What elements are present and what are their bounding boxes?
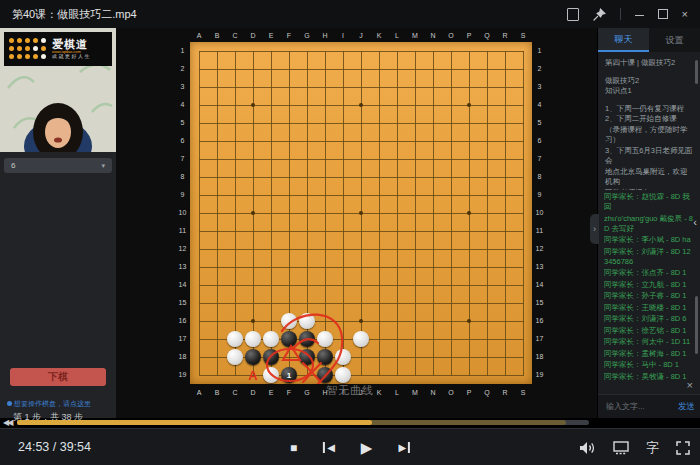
notice-line: （录播课程，方便随时学习） xyxy=(605,125,693,146)
titlebar-actions: × xyxy=(567,8,688,21)
coord-label: 12 xyxy=(177,240,188,258)
chat-input[interactable] xyxy=(604,401,670,412)
window-title: 第40课：做眼技巧二.mp4 xyxy=(12,7,137,22)
camera-selector[interactable]: 6 ▾ xyxy=(4,158,112,173)
coord-label: 19 xyxy=(534,366,545,384)
chat-message: 同学家长：李小斌 - 8D ha xyxy=(604,235,694,245)
coord-label: 9 xyxy=(534,186,545,204)
coord-label: 4 xyxy=(177,96,188,114)
coord-label: 3 xyxy=(177,78,188,96)
coord-label: J xyxy=(352,31,370,41)
chat-tab-bar: 聊天 设置 xyxy=(598,28,700,52)
teacher-pen-annotations: A xyxy=(190,42,532,384)
coord-label: F xyxy=(280,31,298,41)
coord-label: N xyxy=(424,31,442,41)
seek-progress xyxy=(17,420,372,425)
iqidao-logo: 爱棋道 www.iqidao.com 成就更好人生 xyxy=(4,32,112,66)
coord-label: P xyxy=(460,388,478,398)
coord-label: B xyxy=(208,388,226,398)
pin-icon[interactable] xyxy=(593,8,606,21)
coord-label: 6 xyxy=(177,132,188,150)
coord-label: 12 xyxy=(534,240,545,258)
coord-label: E xyxy=(262,31,280,41)
time-display: 24:53 / 39:54 xyxy=(18,440,91,454)
coord-label: 10 xyxy=(177,204,188,222)
coord-label: S xyxy=(514,31,532,41)
minimize-button[interactable] xyxy=(635,15,644,16)
right-controls: 字 xyxy=(579,429,690,465)
logo-slogan: 成就更好人生 xyxy=(52,54,91,59)
coord-label: 15 xyxy=(177,294,188,312)
coord-label: 10 xyxy=(534,204,545,222)
playback-controls: ■ ◀ ▶ ▶ xyxy=(290,429,410,465)
chat-message: 同学家长：马中 - 8D 1 xyxy=(604,360,694,370)
coord-label: D xyxy=(244,31,262,41)
coord-label: 8 xyxy=(177,168,188,186)
board-area: ABCDEFGHIJKLMNOPQRS ABCDEFGHIJKLMNOPQRS … xyxy=(116,28,597,418)
notice-line: 3、下周五6月3日老师见面会 xyxy=(605,146,693,167)
coord-label: P xyxy=(460,31,478,41)
coord-label: 14 xyxy=(177,276,188,294)
coord-label: 2 xyxy=(534,60,545,78)
coord-label: 16 xyxy=(177,312,188,330)
coord-label: 17 xyxy=(177,330,188,348)
coord-label: F xyxy=(280,388,298,398)
coord-label: 6 xyxy=(534,132,545,150)
chat-message: 同学家长：立九航 - 8D 1 xyxy=(604,280,694,290)
coord-label: L xyxy=(388,388,406,398)
notice-scrollbar[interactable] xyxy=(695,60,698,84)
coord-label: M xyxy=(406,388,424,398)
notice-line: 知识点1 xyxy=(605,86,693,97)
go-board-block: ABCDEFGHIJKLMNOPQRS ABCDEFGHIJKLMNOPQRS … xyxy=(178,31,544,399)
board-rows-right: 12345678910111213141516171819 xyxy=(534,42,545,384)
camera-selector-value: 6 xyxy=(11,161,15,170)
notice-line: 2、下周二开始自修课 xyxy=(605,114,693,125)
red-letter-a-label: A xyxy=(248,368,258,383)
coord-label: 19 xyxy=(177,366,188,384)
chevron-down-icon: ▾ xyxy=(101,162,105,170)
coord-label: 18 xyxy=(534,348,545,366)
coord-label: I xyxy=(334,31,352,41)
coord-label: E xyxy=(262,388,280,398)
chat-message: 同学家长：赵悦霖 - 8D 我回 xyxy=(604,192,694,212)
stop-button[interactable]: ■ xyxy=(290,441,297,455)
notice-line: 地点北京鸟巢附近，欢迎机构 xyxy=(605,167,693,188)
chat-message: 同学家长：徐艺铭 - 8D 1 xyxy=(604,326,694,336)
subtitle-icon[interactable]: 字 xyxy=(646,439,659,457)
seek-row: ◀◀ xyxy=(0,417,597,428)
coord-label: K xyxy=(370,31,388,41)
coord-label: 5 xyxy=(177,114,188,132)
coord-label: 13 xyxy=(534,258,545,276)
coord-label: L xyxy=(388,31,406,41)
coord-label: 7 xyxy=(177,150,188,168)
coord-label: O xyxy=(442,388,460,398)
coord-label: A xyxy=(190,388,208,398)
coord-label: 3 xyxy=(534,78,545,96)
tab-chat[interactable]: 聊天 xyxy=(598,28,649,52)
teacher-webcam-video: 爱棋道 www.iqidao.com 成就更好人生 xyxy=(0,28,116,152)
coord-label: 8 xyxy=(534,168,545,186)
coord-label: 16 xyxy=(534,312,545,330)
panel-collapse-handle[interactable]: › xyxy=(590,214,599,244)
chat-message: 同学家长：何太中 - 1D 11 xyxy=(604,337,694,347)
coord-label: G xyxy=(298,31,316,41)
coord-label: M xyxy=(406,31,424,41)
play-go-button[interactable]: 下棋 xyxy=(10,368,106,386)
seek-bar[interactable] xyxy=(17,420,589,425)
coord-label: R xyxy=(496,31,514,41)
coord-label: 1 xyxy=(534,42,545,60)
coord-label: 1 xyxy=(177,42,188,60)
notice-line xyxy=(605,97,693,104)
class-notice: 第四十课 | 做眼技巧2做眼技巧2知识点11、下周一仍有复习课程2、下周二开始自… xyxy=(598,52,700,190)
notice-line: 第四十课 | 做眼技巧2 xyxy=(605,58,693,69)
chat-message: 同学家长：张点齐 - 8D 1 xyxy=(604,268,694,278)
coord-label: 11 xyxy=(534,222,545,240)
volume-icon[interactable] xyxy=(579,441,596,455)
coord-label: A xyxy=(190,31,208,41)
coord-label: Q xyxy=(478,31,496,41)
send-button[interactable]: 发送 xyxy=(678,401,695,413)
next-button[interactable]: ▶ xyxy=(398,442,410,453)
panel-chevron-icon[interactable]: ‹ xyxy=(693,216,697,228)
coord-label: 14 xyxy=(534,276,545,294)
tab-settings[interactable]: 设置 xyxy=(649,28,700,52)
red-link-mark xyxy=(293,339,318,349)
close-button[interactable]: × xyxy=(682,9,688,20)
coord-label: 9 xyxy=(177,186,188,204)
rewind-icon[interactable]: ◀◀ xyxy=(3,418,11,427)
coord-label: 13 xyxy=(177,258,188,276)
coord-label: 18 xyxy=(177,348,188,366)
maximize-button[interactable] xyxy=(658,9,668,19)
player-control-bar: 24:53 / 39:54 ■ ◀ ▶ ▶ 字 xyxy=(0,428,700,465)
coord-label: 17 xyxy=(534,330,545,348)
notice-line: 做眼技巧2 xyxy=(605,76,693,87)
coord-label: C xyxy=(226,388,244,398)
chat-message: zhu'o'chang'guo 戴俊辰 - 8D 去写好 xyxy=(604,214,694,234)
coord-label: B xyxy=(208,31,226,41)
watermark-text: 智无曲线 xyxy=(326,383,374,398)
coord-label: N xyxy=(424,388,442,398)
previous-button[interactable]: ◀ xyxy=(323,442,335,453)
coord-label: D xyxy=(244,388,262,398)
app-window: 第40课：做眼技巧二.mp4 × xyxy=(0,0,700,465)
chat-message: 同学家长：王晓楼 - 8D 1 xyxy=(604,303,694,313)
logo-dots-icon xyxy=(9,38,47,60)
info-dot-icon xyxy=(7,401,12,406)
board-columns-top: ABCDEFGHIJKLMNOPQRS xyxy=(190,31,532,41)
coord-label: H xyxy=(316,31,334,41)
coord-label: 15 xyxy=(534,294,545,312)
notice-line xyxy=(605,69,693,76)
coord-label: C xyxy=(226,31,244,41)
open-file-icon[interactable] xyxy=(567,8,579,21)
coord-label: 7 xyxy=(534,150,545,168)
chat-message: 同学家长：孟树海 - 8D 1 xyxy=(604,349,694,359)
coord-label: 4 xyxy=(534,96,545,114)
coord-label: G xyxy=(298,388,316,398)
coord-label: S xyxy=(514,388,532,398)
notice-line: 1、下周一仍有复习课程 xyxy=(605,104,693,115)
chat-message: 同学家长：吴牧谦 - 8D 1 xyxy=(604,372,694,381)
chat-message-list: 同学家长：赵悦霖 - 8D 我回zhu'o'chang'guo 戴俊辰 - 8D… xyxy=(598,190,700,380)
coord-label: O xyxy=(442,31,460,41)
coord-label: 5 xyxy=(534,114,545,132)
board-rows-left: 12345678910111213141516171819 xyxy=(177,42,188,384)
chat-panel: 聊天 设置 第四十课 | 做眼技巧2做眼技巧2知识点11、下周一仍有复习课程2、… xyxy=(597,28,700,418)
board-hint[interactable]: 想要操作棋盘，请点这里 xyxy=(7,399,91,409)
display-mode-icon[interactable] xyxy=(613,441,629,455)
chat-scrollbar[interactable] xyxy=(695,296,698,354)
coord-label: R xyxy=(496,388,514,398)
chat-message: 同学家长：刘谦洋 - 8D 6 xyxy=(604,314,694,324)
play-button[interactable]: ▶ xyxy=(361,439,373,457)
go-board[interactable]: 1 A xyxy=(190,42,532,384)
coord-label: 11 xyxy=(177,222,188,240)
chat-message: 同学家长：刘谦洋 - 8D 123456786 xyxy=(604,247,694,267)
chat-input-row: 发送 xyxy=(598,394,700,418)
title-bar: 第40课：做眼技巧二.mp4 × xyxy=(0,0,700,28)
left-panel: 爱棋道 www.iqidao.com 成就更好人生 6 ▾ 下棋 想要操作棋盘，… xyxy=(0,28,116,418)
chat-message: 同学家长：孙子睿 - 8D 1 xyxy=(604,291,694,301)
chat-close-icon[interactable]: × xyxy=(687,380,693,391)
coord-label: Q xyxy=(478,388,496,398)
coord-label: 2 xyxy=(177,60,188,78)
fullscreen-icon[interactable] xyxy=(676,441,690,455)
titlebar-divider xyxy=(620,8,621,20)
